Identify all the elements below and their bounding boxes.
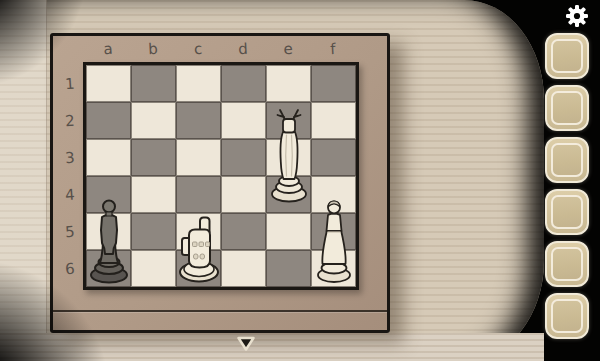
- piece-house-c6[interactable]: [176, 214, 222, 284]
- square-b2[interactable]: [131, 102, 176, 139]
- inventory-slot-5[interactable]: [545, 241, 589, 287]
- chess-board-frame: abcdef 123456: [50, 33, 390, 333]
- game-screen: abcdef 123456: [0, 0, 600, 361]
- room-wall: abcdef 123456: [0, 0, 544, 361]
- square-d3[interactable]: [221, 139, 266, 176]
- inventory-slot-6[interactable]: [545, 293, 589, 339]
- rank-label-2: 2: [58, 110, 81, 131]
- square-b5[interactable]: [131, 213, 176, 250]
- file-label-d: d: [227, 37, 258, 61]
- file-label-c: c: [182, 37, 213, 61]
- rank-label-5: 5: [58, 221, 81, 242]
- square-c3[interactable]: [176, 139, 221, 176]
- frame-ledge: [53, 310, 387, 312]
- file-label-f: f: [317, 37, 348, 61]
- wall-left-panel: [0, 0, 47, 361]
- rank-label-3: 3: [58, 147, 81, 168]
- square-c2[interactable]: [176, 102, 221, 139]
- square-f3[interactable]: [311, 139, 356, 176]
- rank-label-4: 4: [58, 184, 81, 205]
- square-e6[interactable]: [266, 250, 311, 287]
- square-f1[interactable]: [311, 65, 356, 102]
- settings-gear-icon[interactable]: [565, 4, 589, 28]
- square-e1[interactable]: [266, 65, 311, 102]
- square-b3[interactable]: [131, 139, 176, 176]
- square-f2[interactable]: [311, 102, 356, 139]
- square-d2[interactable]: [221, 102, 266, 139]
- file-label-a: a: [92, 37, 123, 61]
- file-label-e: e: [272, 37, 303, 61]
- square-a3[interactable]: [86, 139, 131, 176]
- square-d6[interactable]: [221, 250, 266, 287]
- piece-man-a6[interactable]: [88, 196, 130, 284]
- square-a1[interactable]: [86, 65, 131, 102]
- square-e5[interactable]: [266, 213, 311, 250]
- down-arrow-icon[interactable]: [236, 336, 256, 352]
- square-d1[interactable]: [221, 65, 266, 102]
- inventory-slot-3[interactable]: [545, 137, 589, 183]
- square-a2[interactable]: [86, 102, 131, 139]
- rank-label-1: 1: [58, 73, 81, 94]
- inventory-slot-4[interactable]: [545, 189, 589, 235]
- inventory-slot-2[interactable]: [545, 85, 589, 131]
- square-b6[interactable]: [131, 250, 176, 287]
- square-d4[interactable]: [221, 176, 266, 213]
- square-d5[interactable]: [221, 213, 266, 250]
- square-b1[interactable]: [131, 65, 176, 102]
- rank-label-6: 6: [58, 258, 81, 279]
- square-c1[interactable]: [176, 65, 221, 102]
- square-b4[interactable]: [131, 176, 176, 213]
- square-c4[interactable]: [176, 176, 221, 213]
- file-label-b: b: [137, 37, 168, 61]
- piece-deer-e4[interactable]: [266, 108, 312, 203]
- wall-lower-panel: [0, 333, 544, 361]
- inventory-slot-1[interactable]: [545, 33, 589, 79]
- piece-woman-f6[interactable]: [313, 198, 355, 284]
